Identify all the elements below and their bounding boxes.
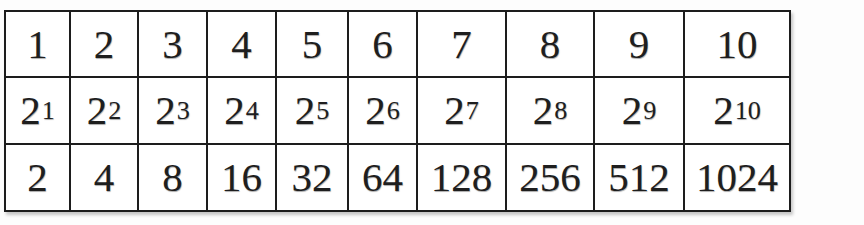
power-base: 2 — [87, 90, 108, 131]
power-cell: 24 — [208, 78, 275, 143]
power-base: 2 — [295, 90, 316, 131]
index-cell: 3 — [139, 12, 206, 76]
power-cell: 26 — [349, 78, 416, 143]
power-base: 2 — [622, 90, 643, 131]
index-cell: 4 — [208, 12, 275, 76]
power-cell: 23 — [139, 78, 206, 143]
value-cell: 16 — [208, 145, 275, 210]
index-cell: 1 — [6, 12, 69, 76]
value-cell: 1024 — [685, 145, 789, 210]
index-cell: 7 — [418, 12, 505, 76]
index-cell: 8 — [507, 12, 593, 76]
power-cell: 27 — [418, 78, 505, 143]
power-cell: 29 — [595, 78, 683, 143]
index-cell: 10 — [685, 12, 789, 76]
value-cell: 256 — [507, 145, 593, 210]
value-cell: 128 — [418, 145, 505, 210]
power-cell: 21 — [6, 78, 69, 143]
index-cell: 6 — [349, 12, 416, 76]
value-cell: 2 — [6, 145, 69, 210]
power-cell: 22 — [71, 78, 137, 143]
power-base: 2 — [365, 90, 386, 131]
index-cell: 9 — [595, 12, 683, 76]
value-cell: 32 — [277, 145, 347, 210]
power-base: 2 — [533, 90, 554, 131]
page: 1 2 3 4 5 6 7 8 9 10 21 22 23 24 25 26 2… — [0, 0, 864, 225]
power-base: 2 — [224, 90, 245, 131]
value-cell: 64 — [349, 145, 416, 210]
power-cell: 210 — [685, 78, 789, 143]
power-base: 2 — [20, 90, 41, 131]
value-cell: 4 — [71, 145, 137, 210]
powers-of-two-table: 1 2 3 4 5 6 7 8 9 10 21 22 23 24 25 26 2… — [4, 10, 791, 212]
power-base: 2 — [444, 90, 465, 131]
value-cell: 512 — [595, 145, 683, 210]
power-base: 2 — [713, 90, 734, 131]
power-cell: 28 — [507, 78, 593, 143]
power-base: 2 — [155, 90, 176, 131]
power-cell: 25 — [277, 78, 347, 143]
index-cell: 5 — [277, 12, 347, 76]
index-cell: 2 — [71, 12, 137, 76]
value-cell: 8 — [139, 145, 206, 210]
